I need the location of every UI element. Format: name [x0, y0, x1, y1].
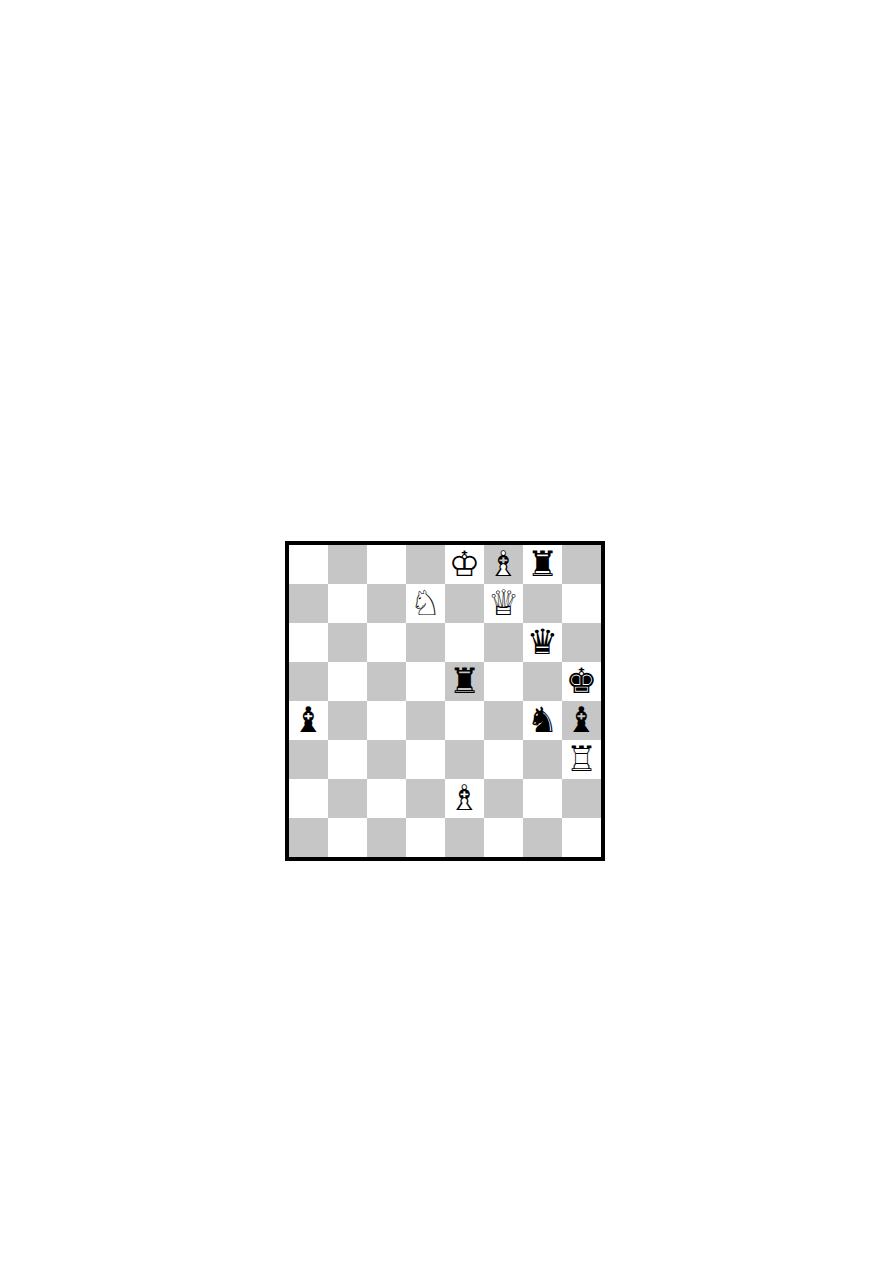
black-rook-icon: ♜ [523, 545, 562, 584]
square-d5[interactable] [406, 662, 445, 701]
square-c4[interactable] [367, 701, 406, 740]
square-e6[interactable] [445, 623, 484, 662]
square-f3[interactable] [484, 740, 523, 779]
black-queen-icon: ♛ [523, 623, 562, 662]
square-g8[interactable]: ♜ [523, 545, 562, 584]
square-c2[interactable] [367, 779, 406, 818]
square-b2[interactable] [328, 779, 367, 818]
square-e8[interactable]: ♚♔ [445, 545, 484, 584]
square-g5[interactable] [523, 662, 562, 701]
square-h4[interactable]: ♝ [562, 701, 601, 740]
square-e7[interactable] [445, 584, 484, 623]
chess-board: ♚♔♝♗♜♞♘♛♕♛♜♚♝♞♝♜♖♝♗ [285, 541, 605, 861]
square-f5[interactable] [484, 662, 523, 701]
square-a4[interactable]: ♝ [289, 701, 328, 740]
square-b3[interactable] [328, 740, 367, 779]
square-c1[interactable] [367, 818, 406, 857]
square-a5[interactable] [289, 662, 328, 701]
piece-white-bishop-e2[interactable]: ♝♗ [445, 779, 484, 818]
square-c5[interactable] [367, 662, 406, 701]
square-c3[interactable] [367, 740, 406, 779]
square-f8[interactable]: ♝♗ [484, 545, 523, 584]
black-bishop-icon: ♝ [289, 701, 328, 740]
square-d2[interactable] [406, 779, 445, 818]
square-g2[interactable] [523, 779, 562, 818]
square-h1[interactable] [562, 818, 601, 857]
square-a6[interactable] [289, 623, 328, 662]
square-g7[interactable] [523, 584, 562, 623]
piece-white-knight-d7[interactable]: ♞♘ [406, 584, 445, 623]
square-f2[interactable] [484, 779, 523, 818]
square-a8[interactable] [289, 545, 328, 584]
white-rook-icon: ♖ [562, 740, 601, 779]
square-c6[interactable] [367, 623, 406, 662]
square-d3[interactable] [406, 740, 445, 779]
piece-white-queen-f7[interactable]: ♛♕ [484, 584, 523, 623]
document-page: ♚♔♝♗♜♞♘♛♕♛♜♚♝♞♝♜♖♝♗ [0, 0, 893, 1263]
square-g1[interactable] [523, 818, 562, 857]
square-g4[interactable]: ♞ [523, 701, 562, 740]
square-h5[interactable]: ♚ [562, 662, 601, 701]
square-b6[interactable] [328, 623, 367, 662]
square-g3[interactable] [523, 740, 562, 779]
square-b8[interactable] [328, 545, 367, 584]
square-f4[interactable] [484, 701, 523, 740]
square-c7[interactable] [367, 584, 406, 623]
piece-black-queen-g6[interactable]: ♛ [523, 623, 562, 662]
square-b7[interactable] [328, 584, 367, 623]
square-a7[interactable] [289, 584, 328, 623]
piece-white-king-e8[interactable]: ♚♔ [445, 545, 484, 584]
square-d7[interactable]: ♞♘ [406, 584, 445, 623]
square-d6[interactable] [406, 623, 445, 662]
piece-white-bishop-f8[interactable]: ♝♗ [484, 545, 523, 584]
square-a2[interactable] [289, 779, 328, 818]
square-b4[interactable] [328, 701, 367, 740]
black-bishop-icon: ♝ [562, 701, 601, 740]
piece-black-king-h5[interactable]: ♚ [562, 662, 601, 701]
square-d4[interactable] [406, 701, 445, 740]
white-queen-icon: ♕ [484, 584, 523, 623]
square-h8[interactable] [562, 545, 601, 584]
square-a3[interactable] [289, 740, 328, 779]
white-bishop-icon: ♗ [445, 779, 484, 818]
piece-black-bishop-a4[interactable]: ♝ [289, 701, 328, 740]
square-e1[interactable] [445, 818, 484, 857]
piece-black-rook-e5[interactable]: ♜ [445, 662, 484, 701]
piece-white-rook-h3[interactable]: ♜♖ [562, 740, 601, 779]
square-h2[interactable] [562, 779, 601, 818]
square-f1[interactable] [484, 818, 523, 857]
square-h6[interactable] [562, 623, 601, 662]
square-h7[interactable] [562, 584, 601, 623]
square-g6[interactable]: ♛ [523, 623, 562, 662]
square-a1[interactable] [289, 818, 328, 857]
square-e5[interactable]: ♜ [445, 662, 484, 701]
square-c8[interactable] [367, 545, 406, 584]
black-king-icon: ♚ [562, 662, 601, 701]
piece-black-bishop-h4[interactable]: ♝ [562, 701, 601, 740]
square-f7[interactable]: ♛♕ [484, 584, 523, 623]
square-e4[interactable] [445, 701, 484, 740]
piece-black-knight-g4[interactable]: ♞ [523, 701, 562, 740]
square-b5[interactable] [328, 662, 367, 701]
black-rook-icon: ♜ [445, 662, 484, 701]
black-knight-icon: ♞ [523, 701, 562, 740]
square-d8[interactable] [406, 545, 445, 584]
piece-black-rook-g8[interactable]: ♜ [523, 545, 562, 584]
square-d1[interactable] [406, 818, 445, 857]
square-e3[interactable] [445, 740, 484, 779]
square-h3[interactable]: ♜♖ [562, 740, 601, 779]
square-f6[interactable] [484, 623, 523, 662]
white-king-icon: ♔ [445, 545, 484, 584]
white-bishop-icon: ♗ [484, 545, 523, 584]
white-knight-icon: ♘ [406, 584, 445, 623]
square-b1[interactable] [328, 818, 367, 857]
square-e2[interactable]: ♝♗ [445, 779, 484, 818]
